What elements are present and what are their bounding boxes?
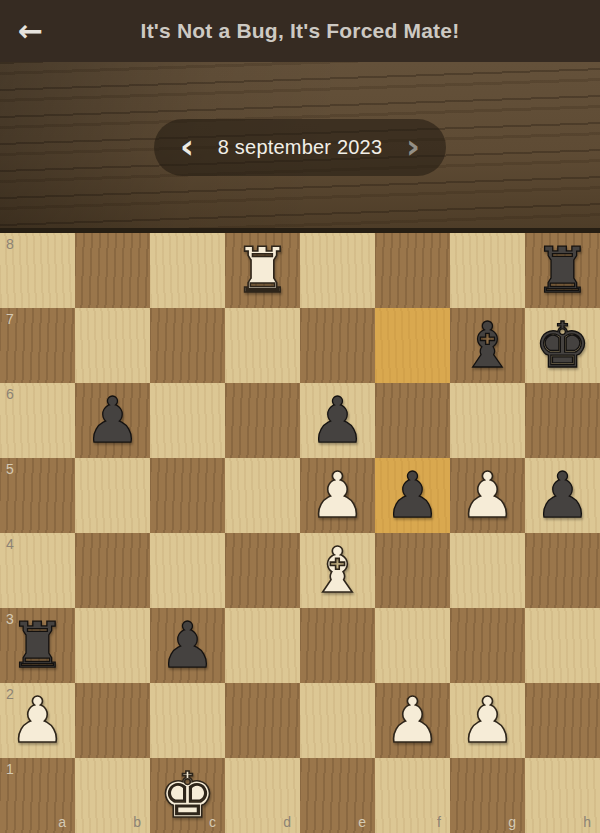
date-navigator: ‹ 8 september 2023 › <box>154 119 446 176</box>
rank-label-1: 1 <box>6 762 14 776</box>
square-c2[interactable] <box>150 683 225 758</box>
piece-white-rook[interactable]: ♜ <box>225 233 300 308</box>
square-c6[interactable] <box>150 383 225 458</box>
square-c1[interactable]: c♚ <box>150 758 225 833</box>
square-e1[interactable]: e <box>300 758 375 833</box>
file-label-d: d <box>283 815 291 829</box>
rank-label-6: 6 <box>6 387 14 401</box>
square-g8[interactable] <box>450 233 525 308</box>
piece-white-pawn[interactable]: ♟ <box>300 458 375 533</box>
square-g2[interactable]: ♟ <box>450 683 525 758</box>
piece-white-pawn[interactable]: ♟ <box>450 458 525 533</box>
square-d2[interactable] <box>225 683 300 758</box>
square-f1[interactable]: f <box>375 758 450 833</box>
previous-date-button[interactable]: ‹ <box>178 129 196 163</box>
square-h5[interactable]: ♟ <box>525 458 600 533</box>
square-f8[interactable] <box>375 233 450 308</box>
square-g4[interactable] <box>450 533 525 608</box>
chevron-right-icon: › <box>406 126 420 166</box>
square-a2[interactable]: 2♟ <box>0 683 75 758</box>
square-a4[interactable]: 4 <box>0 533 75 608</box>
date-label: 8 september 2023 <box>218 136 382 159</box>
piece-black-king[interactable]: ♚ <box>525 308 600 383</box>
file-label-e: e <box>358 815 366 829</box>
piece-black-pawn[interactable]: ♟ <box>375 458 450 533</box>
square-a5[interactable]: 5 <box>0 458 75 533</box>
wood-background: ‹ 8 september 2023 › <box>0 62 600 233</box>
file-label-b: b <box>133 815 141 829</box>
rank-label-7: 7 <box>6 312 14 326</box>
piece-white-bishop[interactable]: ♝ <box>300 533 375 608</box>
square-d1[interactable]: d <box>225 758 300 833</box>
next-date-button[interactable]: › <box>404 129 422 163</box>
app-header: ← It's Not a Bug, It's Forced Mate! <box>0 0 600 62</box>
square-a3[interactable]: 3♜ <box>0 608 75 683</box>
file-label-g: g <box>508 815 516 829</box>
square-b4[interactable] <box>75 533 150 608</box>
square-h8[interactable]: ♜ <box>525 233 600 308</box>
square-h7[interactable]: ♚ <box>525 308 600 383</box>
square-g3[interactable] <box>450 608 525 683</box>
square-f3[interactable] <box>375 608 450 683</box>
piece-black-rook[interactable]: ♜ <box>525 233 600 308</box>
file-label-f: f <box>437 815 441 829</box>
square-b1[interactable]: b <box>75 758 150 833</box>
piece-black-rook[interactable]: ♜ <box>0 608 75 683</box>
square-h6[interactable] <box>525 383 600 458</box>
piece-black-pawn[interactable]: ♟ <box>525 458 600 533</box>
square-f4[interactable] <box>375 533 450 608</box>
square-c3[interactable]: ♟ <box>150 608 225 683</box>
rank-label-8: 8 <box>6 237 14 251</box>
file-label-h: h <box>583 815 591 829</box>
rank-label-5: 5 <box>6 462 14 476</box>
square-d3[interactable] <box>225 608 300 683</box>
square-b2[interactable] <box>75 683 150 758</box>
square-f6[interactable] <box>375 383 450 458</box>
square-g7[interactable]: ♝ <box>450 308 525 383</box>
square-f5[interactable]: ♟ <box>375 458 450 533</box>
square-d6[interactable] <box>225 383 300 458</box>
square-a6[interactable]: 6 <box>0 383 75 458</box>
square-d8[interactable]: ♜ <box>225 233 300 308</box>
back-arrow-icon: ← <box>18 16 43 46</box>
square-e6[interactable]: ♟ <box>300 383 375 458</box>
square-e8[interactable] <box>300 233 375 308</box>
square-e4[interactable]: ♝ <box>300 533 375 608</box>
piece-black-pawn[interactable]: ♟ <box>150 608 225 683</box>
chess-board[interactable]: 8♜♜7♝♚6♟♟5♟♟♟♟4♝3♜♟2♟♟♟1abc♚defgh <box>0 233 600 833</box>
square-f7[interactable] <box>375 308 450 383</box>
square-d7[interactable] <box>225 308 300 383</box>
square-b5[interactable] <box>75 458 150 533</box>
square-b3[interactable] <box>75 608 150 683</box>
square-d4[interactable] <box>225 533 300 608</box>
square-g5[interactable]: ♟ <box>450 458 525 533</box>
square-e2[interactable] <box>300 683 375 758</box>
square-h1[interactable]: h <box>525 758 600 833</box>
square-c5[interactable] <box>150 458 225 533</box>
square-b7[interactable] <box>75 308 150 383</box>
square-b8[interactable] <box>75 233 150 308</box>
piece-black-bishop[interactable]: ♝ <box>450 308 525 383</box>
piece-white-king[interactable]: ♚ <box>150 758 225 833</box>
square-c4[interactable] <box>150 533 225 608</box>
square-e7[interactable] <box>300 308 375 383</box>
square-f2[interactable]: ♟ <box>375 683 450 758</box>
piece-black-pawn[interactable]: ♟ <box>75 383 150 458</box>
back-button[interactable]: ← <box>18 0 66 62</box>
rank-label-4: 4 <box>6 537 14 551</box>
square-e5[interactable]: ♟ <box>300 458 375 533</box>
square-b6[interactable]: ♟ <box>75 383 150 458</box>
piece-white-pawn[interactable]: ♟ <box>0 683 75 758</box>
page-title: It's Not a Bug, It's Forced Mate! <box>0 19 600 43</box>
square-g6[interactable] <box>450 383 525 458</box>
square-h2[interactable] <box>525 683 600 758</box>
square-d5[interactable] <box>225 458 300 533</box>
file-label-a: a <box>58 815 66 829</box>
square-h4[interactable] <box>525 533 600 608</box>
piece-black-pawn[interactable]: ♟ <box>300 383 375 458</box>
square-a1[interactable]: 1a <box>0 758 75 833</box>
square-e3[interactable] <box>300 608 375 683</box>
square-c7[interactable] <box>150 308 225 383</box>
square-c8[interactable] <box>150 233 225 308</box>
square-a8[interactable]: 8 <box>0 233 75 308</box>
chevron-left-icon: ‹ <box>180 126 194 166</box>
square-g1[interactable]: g <box>450 758 525 833</box>
piece-white-pawn[interactable]: ♟ <box>450 683 525 758</box>
square-h3[interactable] <box>525 608 600 683</box>
piece-white-pawn[interactable]: ♟ <box>375 683 450 758</box>
square-a7[interactable]: 7 <box>0 308 75 383</box>
